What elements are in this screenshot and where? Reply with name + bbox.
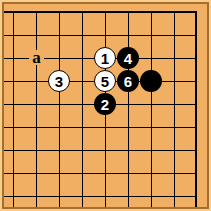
stone-white-3: 3 (48, 70, 70, 92)
grid-line-h (4, 196, 197, 197)
stone-black-4: 4 (117, 47, 139, 69)
stone-black (140, 70, 162, 92)
grid-line-v (151, 11, 152, 207)
grid-line-h (4, 127, 197, 128)
board-edge-right (195, 11, 197, 207)
grid-line-v (82, 11, 83, 207)
goban: a123456 (0, 0, 211, 211)
stone-number: 6 (124, 74, 132, 89)
grid-line-v (36, 11, 37, 207)
grid-line-h (4, 35, 197, 36)
stone-black-6: 6 (117, 70, 139, 92)
grid-line-h (4, 173, 197, 174)
point-label-a: a (29, 50, 44, 65)
grid-line-v (174, 11, 175, 207)
stone-white-1: 1 (94, 47, 116, 69)
stone-black-2: 2 (94, 93, 116, 115)
go-diagram: a123456 (0, 0, 211, 211)
stone-number: 5 (101, 74, 109, 89)
stone-number: 3 (55, 74, 63, 89)
stone-number: 4 (124, 51, 132, 66)
grid-line-h (4, 150, 197, 151)
grid-line-v (13, 11, 14, 207)
stone-number: 2 (101, 97, 109, 112)
stone-white-5: 5 (94, 70, 116, 92)
grid-line-v (128, 11, 129, 207)
grid-line-v (59, 11, 60, 207)
stone-number: 1 (101, 51, 109, 66)
board-edge-top (4, 11, 197, 13)
